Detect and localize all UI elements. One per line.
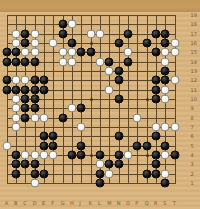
black-stone[interactable] bbox=[77, 150, 86, 159]
star-point bbox=[90, 154, 93, 157]
black-stone[interactable] bbox=[12, 57, 21, 66]
black-stone[interactable] bbox=[114, 160, 123, 169]
black-stone[interactable] bbox=[30, 57, 39, 66]
black-stone[interactable] bbox=[30, 76, 39, 85]
black-stone[interactable] bbox=[123, 57, 132, 66]
white-stone[interactable] bbox=[30, 113, 39, 122]
white-stone[interactable] bbox=[21, 150, 30, 159]
grid-line-horizontal bbox=[7, 136, 176, 137]
white-stone[interactable] bbox=[12, 76, 21, 85]
black-stone[interactable] bbox=[21, 104, 30, 113]
black-stone[interactable] bbox=[58, 113, 67, 122]
row-number-label: 15 bbox=[191, 50, 197, 55]
row-number-label: 8 bbox=[191, 115, 194, 120]
black-stone[interactable] bbox=[77, 141, 86, 150]
black-stone[interactable] bbox=[40, 76, 49, 85]
white-stone[interactable] bbox=[58, 48, 67, 57]
row-number-label: 6 bbox=[191, 134, 194, 139]
black-stone[interactable] bbox=[21, 85, 30, 94]
white-stone[interactable] bbox=[49, 38, 58, 47]
column-letter-label: D bbox=[33, 201, 37, 206]
row-number-label: 5 bbox=[191, 143, 194, 148]
white-stone[interactable] bbox=[2, 141, 11, 150]
black-stone[interactable] bbox=[161, 66, 170, 75]
column-letter-label: M bbox=[107, 201, 111, 206]
black-stone[interactable] bbox=[151, 48, 160, 57]
white-stone[interactable] bbox=[86, 29, 95, 38]
black-stone[interactable] bbox=[58, 29, 67, 38]
white-stone[interactable] bbox=[30, 150, 39, 159]
column-letter-label: G bbox=[61, 201, 65, 206]
row-number-label: 14 bbox=[191, 59, 197, 64]
black-stone[interactable] bbox=[161, 29, 170, 38]
black-stone[interactable] bbox=[151, 29, 160, 38]
black-stone[interactable] bbox=[2, 48, 11, 57]
white-stone[interactable] bbox=[105, 66, 114, 75]
black-stone[interactable] bbox=[21, 94, 30, 103]
white-stone[interactable] bbox=[161, 85, 170, 94]
go-board[interactable]: 19181716151413121110987654321ABCDEFGHJKL… bbox=[0, 12, 200, 209]
black-stone[interactable] bbox=[151, 150, 160, 159]
black-stone[interactable] bbox=[68, 38, 77, 47]
black-stone[interactable] bbox=[151, 76, 160, 85]
white-stone[interactable] bbox=[30, 29, 39, 38]
black-stone[interactable] bbox=[170, 150, 179, 159]
black-stone[interactable] bbox=[114, 94, 123, 103]
grid-line-vertical bbox=[109, 15, 110, 184]
star-point bbox=[90, 42, 93, 45]
row-number-label: 19 bbox=[191, 13, 197, 18]
white-stone[interactable] bbox=[151, 122, 160, 131]
white-stone[interactable] bbox=[161, 150, 170, 159]
white-stone[interactable] bbox=[12, 122, 21, 131]
white-stone[interactable] bbox=[133, 113, 142, 122]
row-number-label: 18 bbox=[191, 22, 197, 27]
black-stone[interactable] bbox=[21, 57, 30, 66]
white-stone[interactable] bbox=[123, 150, 132, 159]
black-stone[interactable] bbox=[151, 169, 160, 178]
black-stone[interactable] bbox=[30, 160, 39, 169]
black-stone[interactable] bbox=[30, 104, 39, 113]
column-letter-label: N bbox=[117, 201, 121, 206]
column-letter-label: C bbox=[23, 201, 27, 206]
black-stone[interactable] bbox=[105, 57, 114, 66]
go-app-window: 19181716151413121110987654321ABCDEFGHJKL… bbox=[0, 0, 200, 209]
column-letter-label: R bbox=[154, 201, 157, 206]
column-letter-label: J bbox=[79, 201, 80, 206]
black-stone[interactable] bbox=[77, 48, 86, 57]
white-stone[interactable] bbox=[12, 29, 21, 38]
black-stone[interactable] bbox=[21, 38, 30, 47]
white-stone[interactable] bbox=[96, 29, 105, 38]
black-stone[interactable] bbox=[2, 57, 11, 66]
black-stone[interactable] bbox=[96, 178, 105, 187]
black-stone[interactable] bbox=[49, 132, 58, 141]
grid-line-horizontal bbox=[7, 127, 176, 128]
white-stone[interactable] bbox=[12, 104, 21, 113]
row-number-label: 12 bbox=[191, 78, 197, 83]
column-letter-label: O bbox=[126, 201, 130, 206]
column-letter-label: S bbox=[163, 201, 166, 206]
black-stone[interactable] bbox=[114, 66, 123, 75]
white-stone[interactable] bbox=[170, 76, 179, 85]
black-stone[interactable] bbox=[114, 76, 123, 85]
column-letter-label: F bbox=[51, 201, 54, 206]
black-stone[interactable] bbox=[161, 178, 170, 187]
black-stone[interactable] bbox=[123, 29, 132, 38]
white-stone[interactable] bbox=[161, 94, 170, 103]
black-stone[interactable] bbox=[12, 169, 21, 178]
grid-line-vertical bbox=[137, 15, 138, 184]
column-letter-label: H bbox=[70, 201, 74, 206]
black-stone[interactable] bbox=[68, 150, 77, 159]
black-stone[interactable] bbox=[151, 85, 160, 94]
row-number-label: 3 bbox=[191, 162, 194, 167]
black-stone[interactable] bbox=[86, 48, 95, 57]
white-stone[interactable] bbox=[123, 48, 132, 57]
white-stone[interactable] bbox=[68, 104, 77, 113]
white-stone[interactable] bbox=[30, 178, 39, 187]
white-stone[interactable] bbox=[49, 150, 58, 159]
black-stone[interactable] bbox=[12, 150, 21, 159]
black-stone[interactable] bbox=[96, 169, 105, 178]
star-point bbox=[146, 154, 149, 157]
row-number-label: 13 bbox=[191, 68, 197, 73]
black-stone[interactable] bbox=[30, 85, 39, 94]
column-letter-label: Q bbox=[145, 201, 149, 206]
black-stone[interactable] bbox=[142, 169, 151, 178]
white-stone[interactable] bbox=[105, 169, 114, 178]
white-stone[interactable] bbox=[30, 48, 39, 57]
white-stone[interactable] bbox=[68, 20, 77, 29]
white-stone[interactable] bbox=[12, 38, 21, 47]
black-stone[interactable] bbox=[30, 94, 39, 103]
column-letter-label: E bbox=[42, 201, 45, 206]
column-letter-label: P bbox=[135, 201, 138, 206]
black-stone[interactable] bbox=[142, 141, 151, 150]
black-stone[interactable] bbox=[2, 76, 11, 85]
white-stone[interactable] bbox=[170, 38, 179, 47]
star-point bbox=[90, 98, 93, 101]
black-stone[interactable] bbox=[12, 85, 21, 94]
row-number-label: 7 bbox=[191, 124, 194, 129]
row-number-label: 10 bbox=[191, 96, 197, 101]
white-stone[interactable] bbox=[105, 85, 114, 94]
black-stone[interactable] bbox=[21, 29, 30, 38]
black-stone[interactable] bbox=[151, 132, 160, 141]
black-stone[interactable] bbox=[105, 160, 114, 169]
white-stone[interactable] bbox=[161, 169, 170, 178]
black-stone[interactable] bbox=[40, 141, 49, 150]
white-stone[interactable] bbox=[40, 150, 49, 159]
black-stone[interactable] bbox=[2, 85, 11, 94]
white-stone[interactable] bbox=[68, 57, 77, 66]
black-stone[interactable] bbox=[21, 113, 30, 122]
black-stone[interactable] bbox=[114, 150, 123, 159]
white-stone[interactable] bbox=[40, 113, 49, 122]
black-stone[interactable] bbox=[114, 132, 123, 141]
white-stone[interactable] bbox=[12, 94, 21, 103]
white-stone[interactable] bbox=[58, 57, 67, 66]
black-stone[interactable] bbox=[96, 150, 105, 159]
black-stone[interactable] bbox=[40, 132, 49, 141]
white-stone[interactable] bbox=[77, 122, 86, 131]
black-stone[interactable] bbox=[161, 76, 170, 85]
row-number-label: 17 bbox=[191, 31, 197, 36]
black-stone[interactable] bbox=[114, 38, 123, 47]
white-stone[interactable] bbox=[170, 48, 179, 57]
white-stone[interactable] bbox=[96, 57, 105, 66]
column-letter-label: A bbox=[5, 201, 8, 206]
row-number-label: 4 bbox=[191, 152, 194, 157]
white-stone[interactable] bbox=[30, 38, 39, 47]
column-letter-label: T bbox=[173, 201, 176, 206]
black-stone[interactable] bbox=[161, 38, 170, 47]
black-stone[interactable] bbox=[30, 169, 39, 178]
black-stone[interactable] bbox=[161, 141, 170, 150]
row-number-label: 11 bbox=[191, 87, 197, 92]
black-stone[interactable] bbox=[40, 85, 49, 94]
column-letter-label: L bbox=[98, 201, 101, 206]
row-number-label: 2 bbox=[191, 171, 194, 176]
column-letter-label: K bbox=[89, 201, 92, 206]
black-stone[interactable] bbox=[12, 160, 21, 169]
black-stone[interactable] bbox=[12, 48, 21, 57]
black-stone[interactable] bbox=[49, 141, 58, 150]
white-stone[interactable] bbox=[21, 48, 30, 57]
row-number-label: 1 bbox=[191, 180, 194, 185]
black-stone[interactable] bbox=[77, 104, 86, 113]
white-stone[interactable] bbox=[21, 76, 30, 85]
black-stone[interactable] bbox=[151, 160, 160, 169]
window-top-bar bbox=[0, 0, 200, 12]
column-letter-label: B bbox=[14, 201, 17, 206]
black-stone[interactable] bbox=[151, 94, 160, 103]
white-stone[interactable] bbox=[161, 57, 170, 66]
star-point bbox=[146, 98, 149, 101]
black-stone[interactable] bbox=[21, 160, 30, 169]
row-number-label: 16 bbox=[191, 40, 197, 45]
white-stone[interactable] bbox=[12, 113, 21, 122]
row-number-label: 9 bbox=[191, 106, 194, 111]
white-stone[interactable] bbox=[170, 122, 179, 131]
white-stone[interactable] bbox=[161, 122, 170, 131]
white-stone[interactable] bbox=[96, 160, 105, 169]
white-stone[interactable] bbox=[161, 48, 170, 57]
black-stone[interactable] bbox=[133, 141, 142, 150]
black-stone[interactable] bbox=[40, 169, 49, 178]
black-stone[interactable] bbox=[142, 38, 151, 47]
black-stone[interactable] bbox=[58, 20, 67, 29]
white-stone[interactable] bbox=[68, 48, 77, 57]
